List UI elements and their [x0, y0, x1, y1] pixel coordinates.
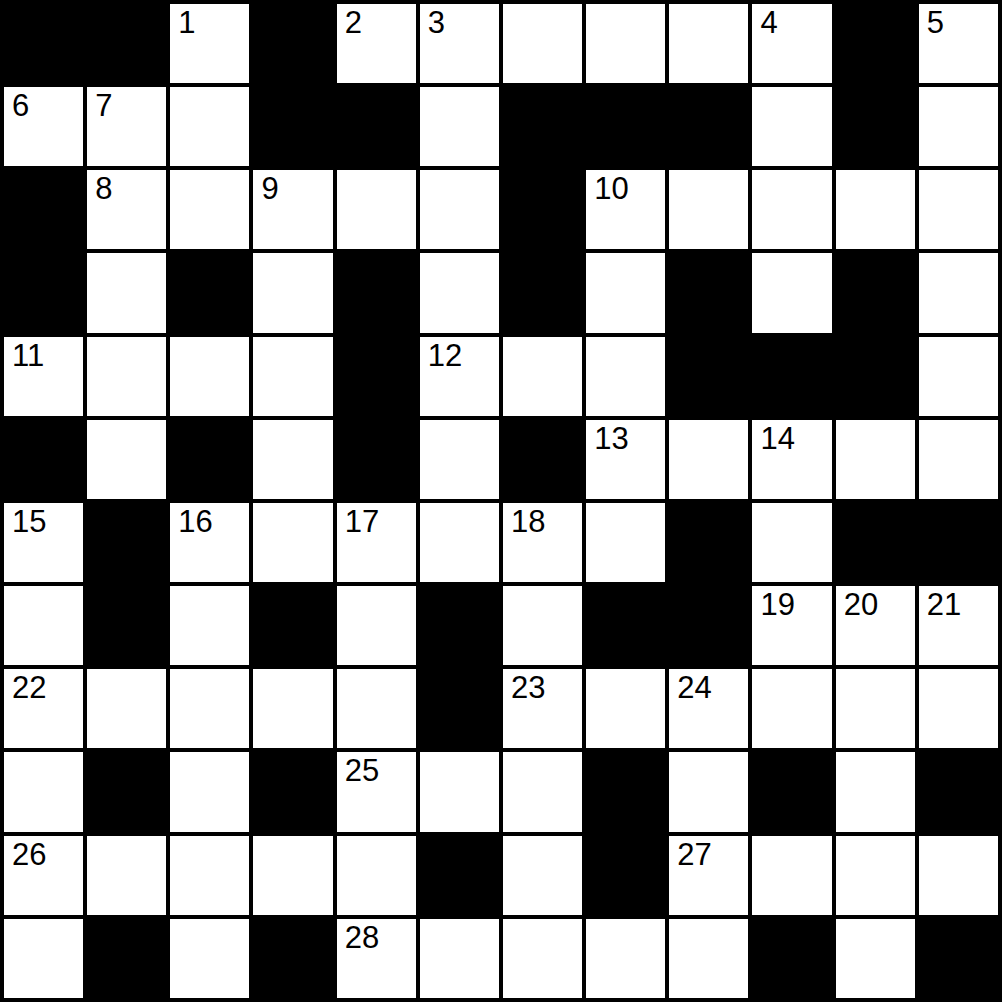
blocked-cell	[253, 586, 332, 665]
clue-number: 27	[677, 838, 711, 872]
crossword-cell[interactable]	[170, 337, 249, 416]
blocked-cell	[503, 87, 582, 166]
clue-number: 4	[760, 6, 777, 40]
crossword-cell[interactable]: 3	[420, 4, 499, 83]
crossword-cell[interactable]	[752, 503, 831, 582]
blocked-cell	[836, 503, 915, 582]
crossword-cell[interactable]	[4, 752, 83, 831]
crossword-cell[interactable]	[836, 752, 915, 831]
blocked-cell	[752, 919, 831, 998]
crossword-cell[interactable]	[503, 586, 582, 665]
crossword-cell[interactable]	[87, 669, 166, 748]
crossword-cell[interactable]	[503, 836, 582, 915]
crossword-cell[interactable]	[337, 669, 416, 748]
crossword-cell[interactable]	[919, 170, 998, 249]
clue-number: 8	[95, 172, 112, 206]
blocked-cell	[836, 87, 915, 166]
blocked-cell	[669, 586, 748, 665]
crossword-cell[interactable]: 13	[586, 420, 665, 499]
crossword-cell[interactable]	[337, 586, 416, 665]
crossword-cell[interactable]	[919, 669, 998, 748]
crossword-cell[interactable]	[170, 669, 249, 748]
blocked-cell	[586, 87, 665, 166]
blocked-cell	[669, 87, 748, 166]
crossword-cell[interactable]	[669, 752, 748, 831]
crossword-cell[interactable]	[586, 669, 665, 748]
blocked-cell	[420, 669, 499, 748]
blocked-cell	[4, 253, 83, 332]
blocked-cell	[420, 836, 499, 915]
blocked-cell	[669, 337, 748, 416]
crossword-board: 1234567891011121314151617181920212223242…	[0, 0, 1002, 1002]
crossword-cell[interactable]: 8	[87, 170, 166, 249]
crossword-cell[interactable]	[87, 836, 166, 915]
crossword-cell[interactable]	[87, 420, 166, 499]
clue-number: 18	[511, 505, 545, 539]
crossword-cell[interactable]: 5	[919, 4, 998, 83]
crossword-cell[interactable]	[420, 752, 499, 831]
crossword-cell[interactable]: 7	[87, 87, 166, 166]
crossword-cell[interactable]	[420, 420, 499, 499]
crossword-cell[interactable]	[170, 752, 249, 831]
blocked-cell	[170, 253, 249, 332]
blocked-cell	[337, 420, 416, 499]
crossword-cell[interactable]	[420, 87, 499, 166]
blocked-cell	[87, 503, 166, 582]
crossword-cell[interactable]: 2	[337, 4, 416, 83]
blocked-cell	[253, 752, 332, 831]
crossword-cell[interactable]: 20	[836, 586, 915, 665]
crossword-cell[interactable]	[752, 87, 831, 166]
crossword-cell[interactable]	[503, 337, 582, 416]
clue-number: 16	[178, 505, 212, 539]
crossword-cell[interactable]	[4, 919, 83, 998]
blocked-cell	[503, 170, 582, 249]
clue-number: 26	[12, 838, 46, 872]
blocked-cell	[253, 919, 332, 998]
blocked-cell	[87, 752, 166, 831]
crossword-cell[interactable]	[919, 87, 998, 166]
crossword-cell[interactable]	[919, 337, 998, 416]
crossword-cell[interactable]	[836, 836, 915, 915]
crossword-cell[interactable]	[586, 337, 665, 416]
crossword-cell[interactable]: 25	[337, 752, 416, 831]
clue-number: 1	[178, 6, 195, 40]
crossword-cell[interactable]	[836, 669, 915, 748]
crossword-cell[interactable]: 10	[586, 170, 665, 249]
crossword-cell[interactable]	[170, 586, 249, 665]
blocked-cell	[253, 87, 332, 166]
crossword-cell[interactable]	[170, 87, 249, 166]
crossword-cell[interactable]	[253, 420, 332, 499]
crossword-cell[interactable]: 16	[170, 503, 249, 582]
crossword-cell[interactable]	[586, 919, 665, 998]
crossword-cell[interactable]	[170, 919, 249, 998]
crossword-cell[interactable]	[253, 253, 332, 332]
blocked-cell	[503, 420, 582, 499]
clue-number: 28	[345, 921, 379, 955]
crossword-cell[interactable]	[836, 170, 915, 249]
blocked-cell	[669, 253, 748, 332]
crossword-cell[interactable]: 4	[752, 4, 831, 83]
crossword-cell[interactable]	[669, 4, 748, 83]
crossword-cell[interactable]: 9	[253, 170, 332, 249]
blocked-cell	[503, 253, 582, 332]
blocked-cell	[4, 170, 83, 249]
crossword-cell[interactable]	[170, 836, 249, 915]
crossword-cell[interactable]	[87, 337, 166, 416]
crossword-cell[interactable]	[253, 337, 332, 416]
blocked-cell	[586, 586, 665, 665]
clue-number: 3	[428, 6, 445, 40]
crossword-cell[interactable]: 27	[669, 836, 748, 915]
crossword-cell[interactable]	[170, 170, 249, 249]
blocked-cell	[752, 752, 831, 831]
clue-number: 22	[12, 671, 46, 705]
crossword-cell[interactable]: 15	[4, 503, 83, 582]
crossword-cell[interactable]	[669, 420, 748, 499]
clue-number: 21	[927, 588, 961, 622]
crossword-cell[interactable]	[919, 836, 998, 915]
blocked-cell	[87, 586, 166, 665]
crossword-cell[interactable]: 18	[503, 503, 582, 582]
crossword-cell[interactable]	[586, 503, 665, 582]
crossword-cell[interactable]	[836, 420, 915, 499]
blocked-cell	[586, 752, 665, 831]
crossword-cell[interactable]	[253, 836, 332, 915]
crossword-cell[interactable]	[752, 253, 831, 332]
crossword-cell[interactable]	[337, 836, 416, 915]
blocked-cell	[919, 503, 998, 582]
crossword-cell[interactable]	[752, 170, 831, 249]
clue-number: 9	[261, 172, 278, 206]
blocked-cell	[337, 337, 416, 416]
clue-number: 24	[677, 671, 711, 705]
clue-number: 14	[760, 422, 794, 456]
crossword-cell[interactable]	[586, 253, 665, 332]
crossword-cell[interactable]	[919, 253, 998, 332]
crossword-cell[interactable]: 28	[337, 919, 416, 998]
crossword-cell[interactable]: 12	[420, 337, 499, 416]
crossword-cell[interactable]	[420, 503, 499, 582]
clue-number: 10	[594, 172, 628, 206]
blocked-cell	[919, 919, 998, 998]
crossword-cell[interactable]: 24	[669, 669, 748, 748]
blocked-cell	[4, 420, 83, 499]
blocked-cell	[337, 87, 416, 166]
crossword-cell[interactable]: 14	[752, 420, 831, 499]
clue-number: 2	[345, 6, 362, 40]
crossword-cell[interactable]: 1	[170, 4, 249, 83]
blocked-cell	[919, 752, 998, 831]
crossword-cell[interactable]	[752, 669, 831, 748]
crossword-cell[interactable]: 19	[752, 586, 831, 665]
crossword-cell[interactable]	[420, 253, 499, 332]
blocked-cell	[586, 836, 665, 915]
crossword-cell[interactable]: 6	[4, 87, 83, 166]
blocked-cell	[337, 253, 416, 332]
crossword-cell[interactable]	[253, 669, 332, 748]
clue-number: 12	[428, 339, 462, 373]
crossword-cell[interactable]	[4, 586, 83, 665]
clue-number: 7	[95, 89, 112, 123]
clue-number: 11	[12, 339, 44, 373]
blocked-cell	[836, 337, 915, 416]
clue-number: 23	[511, 671, 545, 705]
clue-number: 19	[760, 588, 794, 622]
blocked-cell	[752, 337, 831, 416]
clue-number: 20	[844, 588, 878, 622]
blocked-cell	[669, 503, 748, 582]
crossword-cell[interactable]	[420, 170, 499, 249]
blocked-cell	[836, 253, 915, 332]
clue-number: 13	[594, 422, 628, 456]
crossword-cell[interactable]: 17	[337, 503, 416, 582]
crossword-cell[interactable]: 22	[4, 669, 83, 748]
crossword-cell[interactable]	[503, 919, 582, 998]
clue-number: 15	[12, 505, 46, 539]
clue-number: 6	[12, 89, 29, 123]
crossword-cell[interactable]	[503, 752, 582, 831]
crossword-cell[interactable]	[919, 420, 998, 499]
crossword-cell[interactable]	[836, 919, 915, 998]
crossword-cell[interactable]: 26	[4, 836, 83, 915]
crossword-cell[interactable]	[669, 919, 748, 998]
clue-number: 25	[345, 754, 379, 788]
blocked-cell	[4, 4, 83, 83]
clue-number: 17	[345, 505, 379, 539]
blocked-cell	[253, 4, 332, 83]
clue-number: 5	[927, 6, 944, 40]
crossword-cell[interactable]	[87, 253, 166, 332]
crossword-cell[interactable]	[503, 4, 582, 83]
crossword-cell[interactable]: 11	[4, 337, 83, 416]
blocked-cell	[836, 4, 915, 83]
crossword-cell[interactable]	[253, 503, 332, 582]
crossword-cell[interactable]	[337, 170, 416, 249]
blocked-cell	[170, 420, 249, 499]
blocked-cell	[420, 586, 499, 665]
blocked-cell	[87, 4, 166, 83]
blocked-cell	[87, 919, 166, 998]
crossword-cell[interactable]: 23	[503, 669, 582, 748]
crossword-cell[interactable]: 21	[919, 586, 998, 665]
crossword-cell[interactable]	[752, 836, 831, 915]
crossword-cell[interactable]	[420, 919, 499, 998]
crossword-cell[interactable]	[669, 170, 748, 249]
crossword-cell[interactable]	[586, 4, 665, 83]
